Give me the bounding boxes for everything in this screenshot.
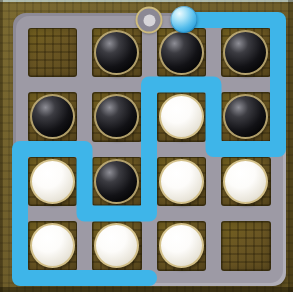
screen-edge-left (0, 0, 3, 292)
start-ring-marker (136, 7, 163, 34)
puzzle-board[interactable] (0, 0, 293, 292)
screen-edge-right (288, 0, 293, 292)
start-ring-hole (143, 14, 155, 26)
screen-edge-bottom (0, 287, 293, 292)
trail-layer (0, 0, 293, 292)
drawn-trail (20, 20, 278, 278)
droplet-ball[interactable] (171, 6, 198, 33)
screen-edge-top (0, 0, 293, 2)
